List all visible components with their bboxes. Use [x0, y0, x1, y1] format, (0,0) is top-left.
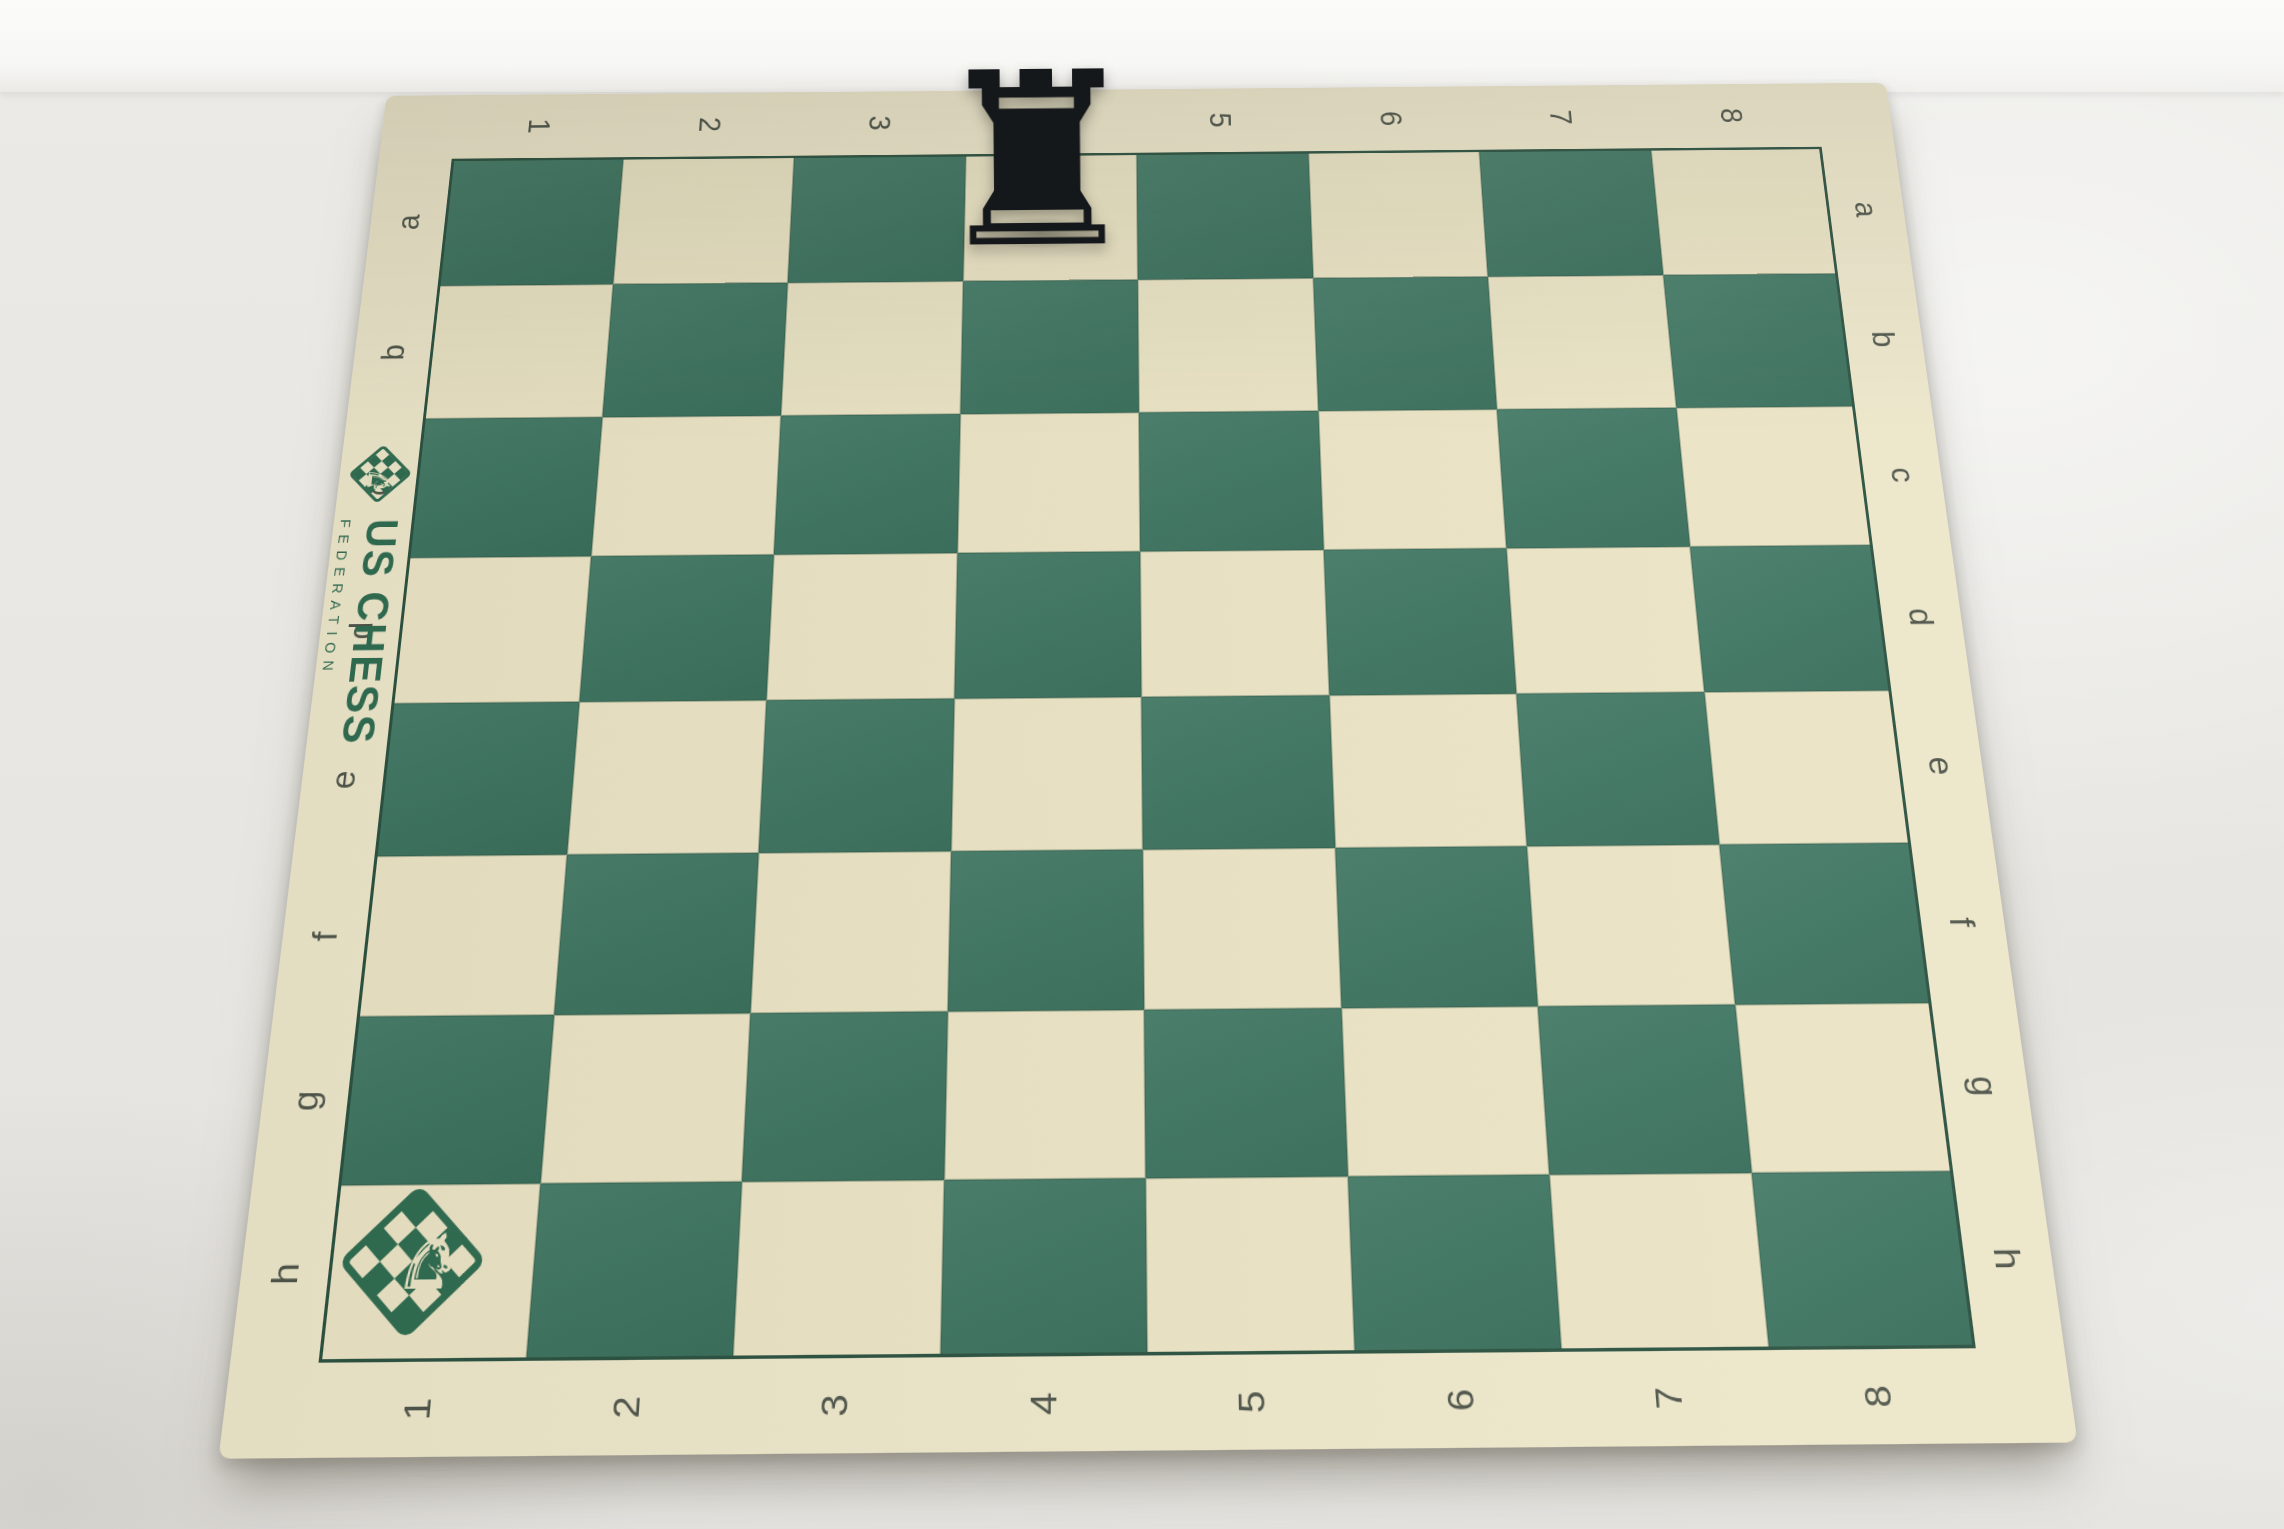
square-f1[interactable] [357, 855, 567, 1017]
black-rook-glyph: ♜ [921, 48, 1153, 275]
coord-label-bottom-7: 7 [1561, 1350, 1778, 1447]
square-e2[interactable] [567, 700, 767, 854]
coord-label-top-1: 1 [452, 94, 628, 159]
square-h4[interactable] [940, 1178, 1147, 1357]
square-f2[interactable] [554, 853, 759, 1015]
board-mat: 12345678aabbccddeeffggh ♞ ♞ h12345678 ♞ … [218, 83, 2077, 1459]
square-g7[interactable] [1538, 1005, 1751, 1175]
square-c3[interactable] [774, 414, 960, 555]
square-a8[interactable] [1650, 147, 1838, 275]
square-a5[interactable] [1137, 151, 1313, 280]
square-a6[interactable] [1308, 150, 1488, 278]
square-e6[interactable] [1329, 694, 1527, 848]
square-h6[interactable] [1347, 1175, 1561, 1354]
coord-label-top-2: 2 [623, 92, 797, 157]
square-h5[interactable] [1146, 1176, 1355, 1355]
mat-border-corner [1813, 83, 1894, 147]
black-rook-a4[interactable]: ♜ [921, 48, 1153, 275]
square-e8[interactable] [1704, 690, 1911, 844]
mat-border-corner [1976, 1347, 2078, 1443]
square-g8[interactable] [1735, 1003, 1953, 1173]
square-b6[interactable] [1313, 277, 1497, 411]
square-g6[interactable] [1341, 1006, 1549, 1176]
square-d4[interactable] [954, 551, 1141, 698]
coord-label-bottom-8: 8 [1769, 1348, 1988, 1445]
square-c4[interactable] [957, 413, 1140, 554]
coord-label-left-a: a [363, 159, 452, 287]
board-grid: 12345678aabbccddeeffggh ♞ ♞ h12345678 [218, 83, 2077, 1459]
svg-text:♞: ♞ [406, 1234, 453, 1291]
mat-border-corner [379, 95, 459, 159]
square-f3[interactable] [750, 851, 950, 1013]
square-c8[interactable] [1676, 406, 1873, 546]
square-e5[interactable] [1141, 695, 1334, 849]
square-h1[interactable]: ♞ ♞ [319, 1184, 540, 1363]
square-b7[interactable] [1488, 275, 1676, 409]
square-e7[interactable] [1516, 692, 1718, 846]
square-g2[interactable] [540, 1013, 750, 1183]
square-b2[interactable] [602, 283, 788, 417]
coord-label-top-5: 5 [1136, 88, 1308, 153]
square-b5[interactable] [1138, 278, 1318, 412]
coord-label-bottom-1: 1 [308, 1361, 526, 1458]
square-d5[interactable] [1140, 550, 1329, 697]
square-a1[interactable] [438, 157, 623, 286]
square-c6[interactable] [1318, 409, 1507, 549]
square-c7[interactable] [1497, 408, 1690, 548]
square-b1[interactable] [423, 284, 613, 418]
coord-label-top-7: 7 [1475, 85, 1651, 150]
coord-label-top-6: 6 [1305, 86, 1479, 151]
square-f8[interactable] [1719, 843, 1932, 1005]
square-e4[interactable] [951, 697, 1143, 851]
coord-label-bottom-2: 2 [518, 1359, 733, 1456]
square-e3[interactable] [759, 699, 954, 853]
square-h3[interactable] [733, 1180, 944, 1359]
square-f6[interactable] [1335, 846, 1538, 1008]
uschess-diamond-logo: ♞ ♞ [332, 1186, 491, 1338]
square-h7[interactable] [1549, 1173, 1768, 1352]
uschess-diamond-logo: ♞ ♞ [346, 445, 414, 503]
square-g4[interactable] [944, 1010, 1146, 1180]
square-h2[interactable] [526, 1182, 742, 1361]
corner-diamond-logo: ♞ ♞ [332, 1186, 491, 1338]
square-c1[interactable] [408, 417, 602, 558]
svg-text:♞: ♞ [366, 472, 392, 489]
coord-label-bottom-4: 4 [938, 1355, 1148, 1452]
coord-label-bottom-5: 5 [1147, 1354, 1358, 1451]
square-d3[interactable] [766, 553, 957, 700]
square-g3[interactable] [742, 1012, 947, 1182]
coord-label-bottom-3: 3 [728, 1357, 940, 1454]
square-c2[interactable] [591, 416, 781, 557]
square-d7[interactable] [1506, 547, 1703, 694]
board-mat-3d: 12345678aabbccddeeffggh ♞ ♞ h12345678 ♞ … [218, 83, 2077, 1459]
coord-label-top-8: 8 [1644, 83, 1821, 148]
square-d6[interactable] [1323, 548, 1516, 695]
square-h8[interactable] [1751, 1171, 1976, 1350]
square-g1[interactable] [338, 1015, 553, 1185]
mat-border-corner [218, 1363, 318, 1459]
square-g5[interactable] [1144, 1008, 1347, 1178]
square-d2[interactable] [579, 555, 774, 702]
square-d1[interactable] [391, 556, 590, 703]
square-a2[interactable] [613, 156, 795, 285]
square-c5[interactable] [1139, 411, 1323, 552]
square-d8[interactable] [1690, 545, 1892, 692]
square-f7[interactable] [1527, 845, 1735, 1007]
square-e1[interactable] [375, 702, 579, 856]
coord-label-bottom-6: 6 [1354, 1352, 1568, 1449]
square-a7[interactable] [1479, 148, 1663, 276]
scene: 12345678aabbccddeeffggh ♞ ♞ h12345678 ♞ … [0, 0, 2284, 1529]
square-f4[interactable] [947, 850, 1144, 1012]
uschess-diamond-logo: ♞ ♞ [342, 445, 414, 503]
square-b8[interactable] [1663, 274, 1855, 408]
square-f5[interactable] [1143, 848, 1341, 1010]
